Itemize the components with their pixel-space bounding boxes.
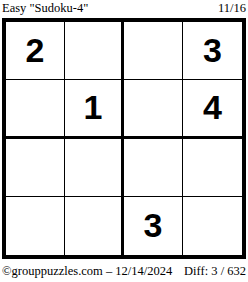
sudoku-board: 2 3 1 4 3 — [2, 18, 246, 259]
cell-r1c3[interactable] — [124, 22, 183, 80]
puzzle-title: Easy "Sudoku-4" — [2, 1, 88, 16]
cell-r3c3[interactable] — [124, 139, 183, 197]
cell-r2c1[interactable] — [6, 80, 65, 138]
sudoku-page: Easy "Sudoku-4" 11/16 2 3 1 4 3 ©grouppu… — [0, 0, 248, 282]
cell-r1c1: 2 — [6, 22, 65, 80]
page-footer: ©grouppuzzles.com – 12/14/2024 Diff: 3 /… — [2, 264, 246, 279]
cell-r4c4[interactable] — [183, 197, 242, 255]
cell-r1c2[interactable] — [65, 22, 124, 80]
cell-r2c4: 4 — [183, 80, 242, 138]
cell-r3c1[interactable] — [6, 139, 65, 197]
cell-r4c1[interactable] — [6, 197, 65, 255]
cell-r3c4[interactable] — [183, 139, 242, 197]
page-header: Easy "Sudoku-4" 11/16 — [2, 1, 246, 16]
cell-r2c2: 1 — [65, 80, 124, 138]
page-number: 11/16 — [218, 1, 246, 16]
cell-r4c2[interactable] — [65, 197, 124, 255]
cell-r2c3[interactable] — [124, 80, 183, 138]
cell-r3c2[interactable] — [65, 139, 124, 197]
copyright-text: ©grouppuzzles.com – 12/14/2024 — [2, 264, 172, 279]
cell-r4c3: 3 — [124, 197, 183, 255]
cell-r1c4: 3 — [183, 22, 242, 80]
difficulty-text: Diff: 3 / 632 — [184, 264, 246, 279]
